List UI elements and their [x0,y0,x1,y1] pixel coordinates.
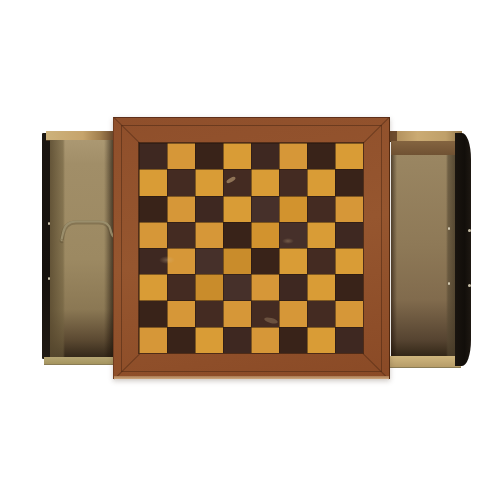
square-f1[interactable] [279,327,307,353]
square-b1[interactable] [167,327,195,353]
square-b2[interactable] [167,301,195,327]
photo-canvas [0,0,500,500]
square-d8[interactable] [223,143,251,169]
square-e1[interactable] [251,327,279,353]
square-c2[interactable] [195,301,223,327]
square-e5[interactable] [251,222,279,248]
box-right-black-edge [455,133,471,366]
square-h8[interactable] [335,143,363,169]
square-f3[interactable] [279,274,307,300]
square-f2[interactable] [279,301,307,327]
square-b5[interactable] [167,222,195,248]
board-grid [139,143,363,353]
square-c1[interactable] [195,327,223,353]
square-e7[interactable] [251,169,279,195]
square-d1[interactable] [223,327,251,353]
square-a3[interactable] [139,274,167,300]
square-b8[interactable] [167,143,195,169]
square-h1[interactable] [335,327,363,353]
square-d4[interactable] [223,248,251,274]
square-h5[interactable] [335,222,363,248]
square-a1[interactable] [139,327,167,353]
square-a2[interactable] [139,301,167,327]
box-left-bottom-strip [44,357,113,365]
square-g6[interactable] [307,196,335,222]
square-b4[interactable] [167,248,195,274]
box-left-compartment [50,140,113,357]
square-f6[interactable] [279,196,307,222]
square-h2[interactable] [335,301,363,327]
brass-wire-clip [58,212,116,246]
nail-head [468,229,471,232]
square-e4[interactable] [251,248,279,274]
square-a5[interactable] [139,222,167,248]
square-c5[interactable] [195,222,223,248]
nail-speck [448,227,450,230]
box-right-bottom-strip [389,356,461,368]
box-left-black-edge [42,133,50,359]
nail-speck [48,277,50,280]
square-h3[interactable] [335,274,363,300]
square-f8[interactable] [279,143,307,169]
square-e8[interactable] [251,143,279,169]
square-c8[interactable] [195,143,223,169]
square-e3[interactable] [251,274,279,300]
square-c7[interactable] [195,169,223,195]
square-c4[interactable] [195,248,223,274]
square-d2[interactable] [223,301,251,327]
square-b3[interactable] [167,274,195,300]
square-g7[interactable] [307,169,335,195]
square-d6[interactable] [223,196,251,222]
square-c6[interactable] [195,196,223,222]
square-g8[interactable] [307,143,335,169]
square-h7[interactable] [335,169,363,195]
square-d7[interactable] [223,169,251,195]
square-a8[interactable] [139,143,167,169]
square-g3[interactable] [307,274,335,300]
chessboard [113,117,390,379]
square-d3[interactable] [223,274,251,300]
square-g2[interactable] [307,301,335,327]
box-right-compartment [391,155,457,356]
square-b7[interactable] [167,169,195,195]
square-a6[interactable] [139,196,167,222]
nail-speck [48,222,50,225]
square-e2[interactable] [251,301,279,327]
square-f5[interactable] [279,222,307,248]
square-e6[interactable] [251,196,279,222]
square-g1[interactable] [307,327,335,353]
square-h6[interactable] [335,196,363,222]
square-g4[interactable] [307,248,335,274]
frame-bottom-edge-highlight [114,376,389,379]
nail-speck [448,282,450,285]
nail-head [468,284,471,287]
square-b6[interactable] [167,196,195,222]
square-a4[interactable] [139,248,167,274]
square-c3[interactable] [195,274,223,300]
square-a7[interactable] [139,169,167,195]
square-f4[interactable] [279,248,307,274]
square-f7[interactable] [279,169,307,195]
square-h4[interactable] [335,248,363,274]
square-d5[interactable] [223,222,251,248]
square-g5[interactable] [307,222,335,248]
